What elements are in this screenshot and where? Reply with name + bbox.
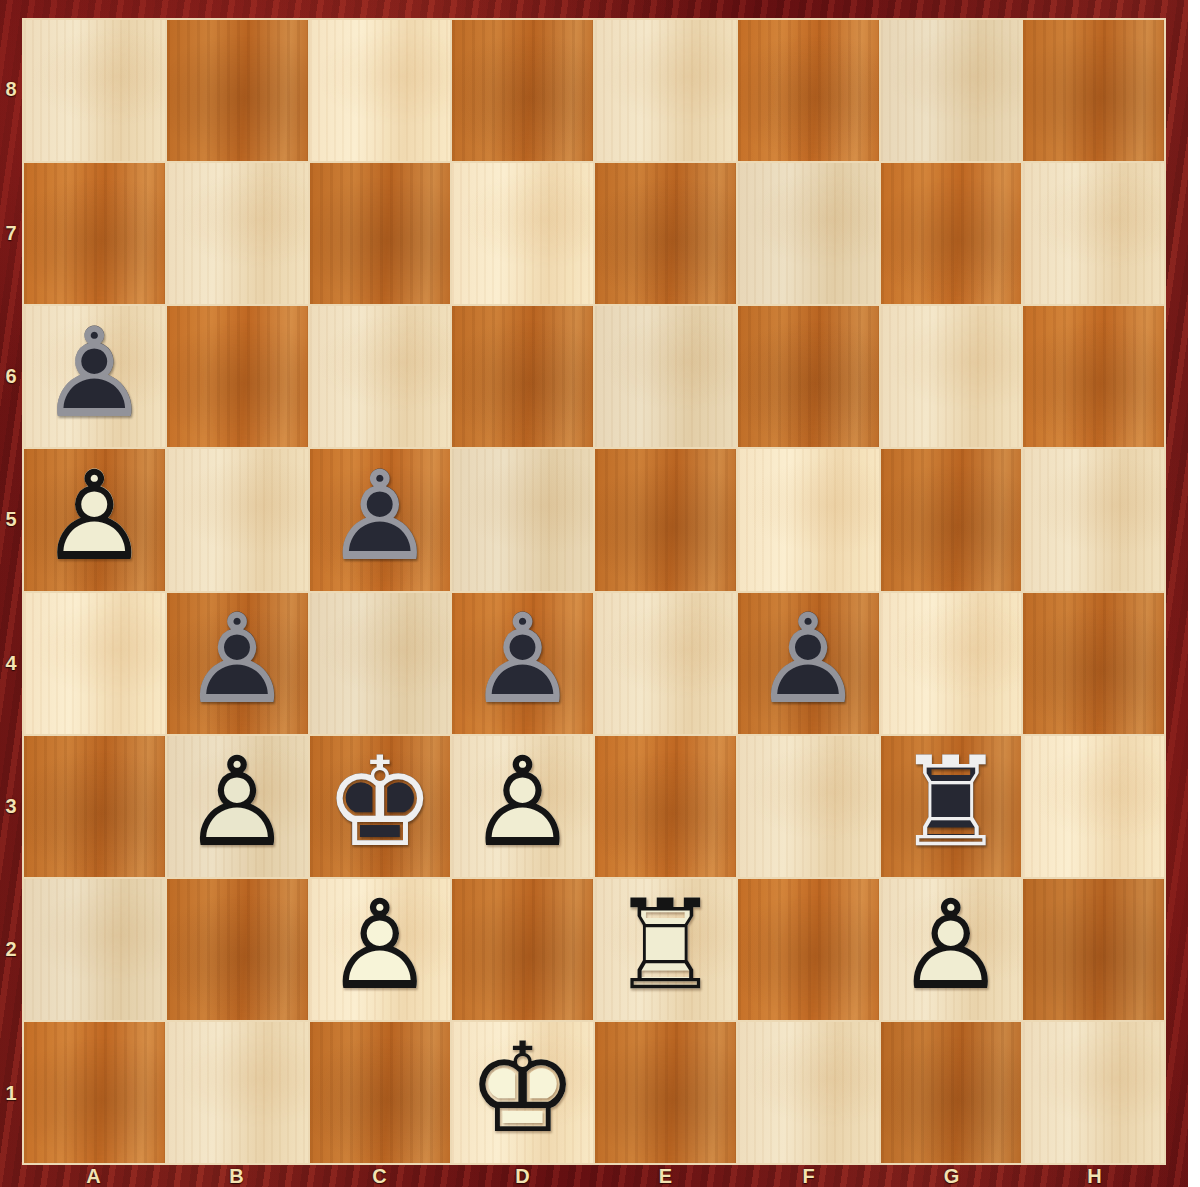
square-f2[interactable] xyxy=(738,879,879,1020)
rank-label-3: 3 xyxy=(0,735,22,878)
square-e2[interactable]: ♜♖ xyxy=(595,879,736,1020)
white-king-outline: ♔ xyxy=(452,1027,593,1151)
black-king-outline: ♔ xyxy=(310,740,451,864)
white-pawn[interactable]: ♟♙ xyxy=(310,879,451,1020)
white-king-glyph: ♚ xyxy=(452,1027,593,1151)
white-rook-glyph: ♜ xyxy=(595,884,736,1008)
file-label-c: C xyxy=(308,1165,451,1187)
white-pawn-outline: ♙ xyxy=(452,740,593,864)
rank-label-6: 6 xyxy=(0,305,22,448)
black-king-glyph: ♚ xyxy=(310,740,451,864)
square-c3[interactable]: ♚♔ xyxy=(310,736,451,877)
black-pawn[interactable]: ♟♙ xyxy=(167,593,308,734)
square-a2[interactable] xyxy=(24,879,165,1020)
chess-board: ♟♙♟♙♟♙♟♙♟♙♟♙♟♙♚♔♟♙♜♖♟♙♜♖♟♙♚♔ xyxy=(22,18,1166,1165)
rank-label-2: 2 xyxy=(0,878,22,1021)
black-pawn-glyph: ♟ xyxy=(452,597,593,721)
square-c4[interactable] xyxy=(310,593,451,734)
black-pawn[interactable]: ♟♙ xyxy=(738,593,879,734)
square-g1[interactable] xyxy=(881,1022,1022,1163)
square-a6[interactable]: ♟♙ xyxy=(24,306,165,447)
black-pawn[interactable]: ♟♙ xyxy=(452,593,593,734)
square-b5[interactable] xyxy=(167,449,308,590)
square-g7[interactable] xyxy=(881,163,1022,304)
square-b8[interactable] xyxy=(167,20,308,161)
white-king[interactable]: ♚♔ xyxy=(452,1022,593,1163)
square-e1[interactable] xyxy=(595,1022,736,1163)
rank-label-7: 7 xyxy=(0,161,22,304)
square-d1[interactable]: ♚♔ xyxy=(452,1022,593,1163)
square-f7[interactable] xyxy=(738,163,879,304)
square-d4[interactable]: ♟♙ xyxy=(452,593,593,734)
square-e4[interactable] xyxy=(595,593,736,734)
square-d2[interactable] xyxy=(452,879,593,1020)
file-labels: ABCDEFGH xyxy=(22,1165,1166,1187)
white-pawn-outline: ♙ xyxy=(310,884,451,1008)
square-c1[interactable] xyxy=(310,1022,451,1163)
square-h4[interactable] xyxy=(1023,593,1164,734)
square-h8[interactable] xyxy=(1023,20,1164,161)
file-label-a: A xyxy=(22,1165,165,1187)
black-pawn-outline: ♙ xyxy=(310,454,451,578)
white-pawn-glyph: ♟ xyxy=(167,740,308,864)
rank-label-8: 8 xyxy=(0,18,22,161)
square-g5[interactable] xyxy=(881,449,1022,590)
square-h3[interactable] xyxy=(1023,736,1164,877)
square-e3[interactable] xyxy=(595,736,736,877)
file-label-f: F xyxy=(737,1165,880,1187)
white-pawn-outline: ♙ xyxy=(24,454,165,578)
rank-label-5: 5 xyxy=(0,448,22,591)
black-pawn-glyph: ♟ xyxy=(310,454,451,578)
square-a7[interactable] xyxy=(24,163,165,304)
square-g4[interactable] xyxy=(881,593,1022,734)
square-a1[interactable] xyxy=(24,1022,165,1163)
white-pawn[interactable]: ♟♙ xyxy=(452,736,593,877)
black-king[interactable]: ♚♔ xyxy=(310,736,451,877)
black-rook-outline: ♖ xyxy=(881,740,1022,864)
black-pawn-glyph: ♟ xyxy=(738,597,879,721)
square-a8[interactable] xyxy=(24,20,165,161)
black-pawn-outline: ♙ xyxy=(167,597,308,721)
black-rook[interactable]: ♜♖ xyxy=(881,736,1022,877)
file-label-g: G xyxy=(880,1165,1023,1187)
white-pawn[interactable]: ♟♙ xyxy=(881,879,1022,1020)
white-pawn-glyph: ♟ xyxy=(881,884,1022,1008)
square-f5[interactable] xyxy=(738,449,879,590)
file-label-b: B xyxy=(165,1165,308,1187)
square-d6[interactable] xyxy=(452,306,593,447)
black-rook-glyph: ♜ xyxy=(881,740,1022,864)
square-h2[interactable] xyxy=(1023,879,1164,1020)
square-e6[interactable] xyxy=(595,306,736,447)
white-pawn-outline: ♙ xyxy=(167,740,308,864)
square-g8[interactable] xyxy=(881,20,1022,161)
square-a4[interactable] xyxy=(24,593,165,734)
square-c6[interactable] xyxy=(310,306,451,447)
square-a3[interactable] xyxy=(24,736,165,877)
white-pawn-glyph: ♟ xyxy=(24,454,165,578)
square-c2[interactable]: ♟♙ xyxy=(310,879,451,1020)
square-f6[interactable] xyxy=(738,306,879,447)
square-h1[interactable] xyxy=(1023,1022,1164,1163)
black-pawn[interactable]: ♟♙ xyxy=(24,306,165,447)
white-rook-outline: ♖ xyxy=(595,884,736,1008)
square-c5[interactable]: ♟♙ xyxy=(310,449,451,590)
square-h5[interactable] xyxy=(1023,449,1164,590)
square-e8[interactable] xyxy=(595,20,736,161)
square-a5[interactable]: ♟♙ xyxy=(24,449,165,590)
square-e7[interactable] xyxy=(595,163,736,304)
white-pawn-glyph: ♟ xyxy=(452,740,593,864)
black-pawn[interactable]: ♟♙ xyxy=(310,449,451,590)
board-frame: 87654321 ABCDEFGH ♟♙♟♙♟♙♟♙♟♙♟♙♟♙♚♔♟♙♜♖♟♙… xyxy=(0,0,1188,1187)
square-b3[interactable]: ♟♙ xyxy=(167,736,308,877)
black-pawn-outline: ♙ xyxy=(452,597,593,721)
square-d3[interactable]: ♟♙ xyxy=(452,736,593,877)
file-label-e: E xyxy=(594,1165,737,1187)
square-b6[interactable] xyxy=(167,306,308,447)
black-pawn-outline: ♙ xyxy=(738,597,879,721)
square-b2[interactable] xyxy=(167,879,308,1020)
black-pawn-glyph: ♟ xyxy=(24,311,165,435)
square-c8[interactable] xyxy=(310,20,451,161)
square-b4[interactable]: ♟♙ xyxy=(167,593,308,734)
square-f1[interactable] xyxy=(738,1022,879,1163)
square-b7[interactable] xyxy=(167,163,308,304)
square-f3[interactable] xyxy=(738,736,879,877)
square-c7[interactable] xyxy=(310,163,451,304)
square-f8[interactable] xyxy=(738,20,879,161)
square-h6[interactable] xyxy=(1023,306,1164,447)
square-d5[interactable] xyxy=(452,449,593,590)
black-pawn-glyph: ♟ xyxy=(167,597,308,721)
square-d7[interactable] xyxy=(452,163,593,304)
white-pawn-outline: ♙ xyxy=(881,884,1022,1008)
file-label-d: D xyxy=(451,1165,594,1187)
square-g6[interactable] xyxy=(881,306,1022,447)
rank-labels: 87654321 xyxy=(0,18,22,1165)
file-label-h: H xyxy=(1023,1165,1166,1187)
square-b1[interactable] xyxy=(167,1022,308,1163)
square-e5[interactable] xyxy=(595,449,736,590)
rank-label-4: 4 xyxy=(0,592,22,735)
white-rook[interactable]: ♜♖ xyxy=(595,879,736,1020)
rank-label-1: 1 xyxy=(0,1022,22,1165)
black-pawn-outline: ♙ xyxy=(24,311,165,435)
square-g2[interactable]: ♟♙ xyxy=(881,879,1022,1020)
white-pawn[interactable]: ♟♙ xyxy=(167,736,308,877)
white-pawn[interactable]: ♟♙ xyxy=(24,449,165,590)
white-pawn-glyph: ♟ xyxy=(310,884,451,1008)
square-f4[interactable]: ♟♙ xyxy=(738,593,879,734)
square-d8[interactable] xyxy=(452,20,593,161)
square-h7[interactable] xyxy=(1023,163,1164,304)
square-g3[interactable]: ♜♖ xyxy=(881,736,1022,877)
